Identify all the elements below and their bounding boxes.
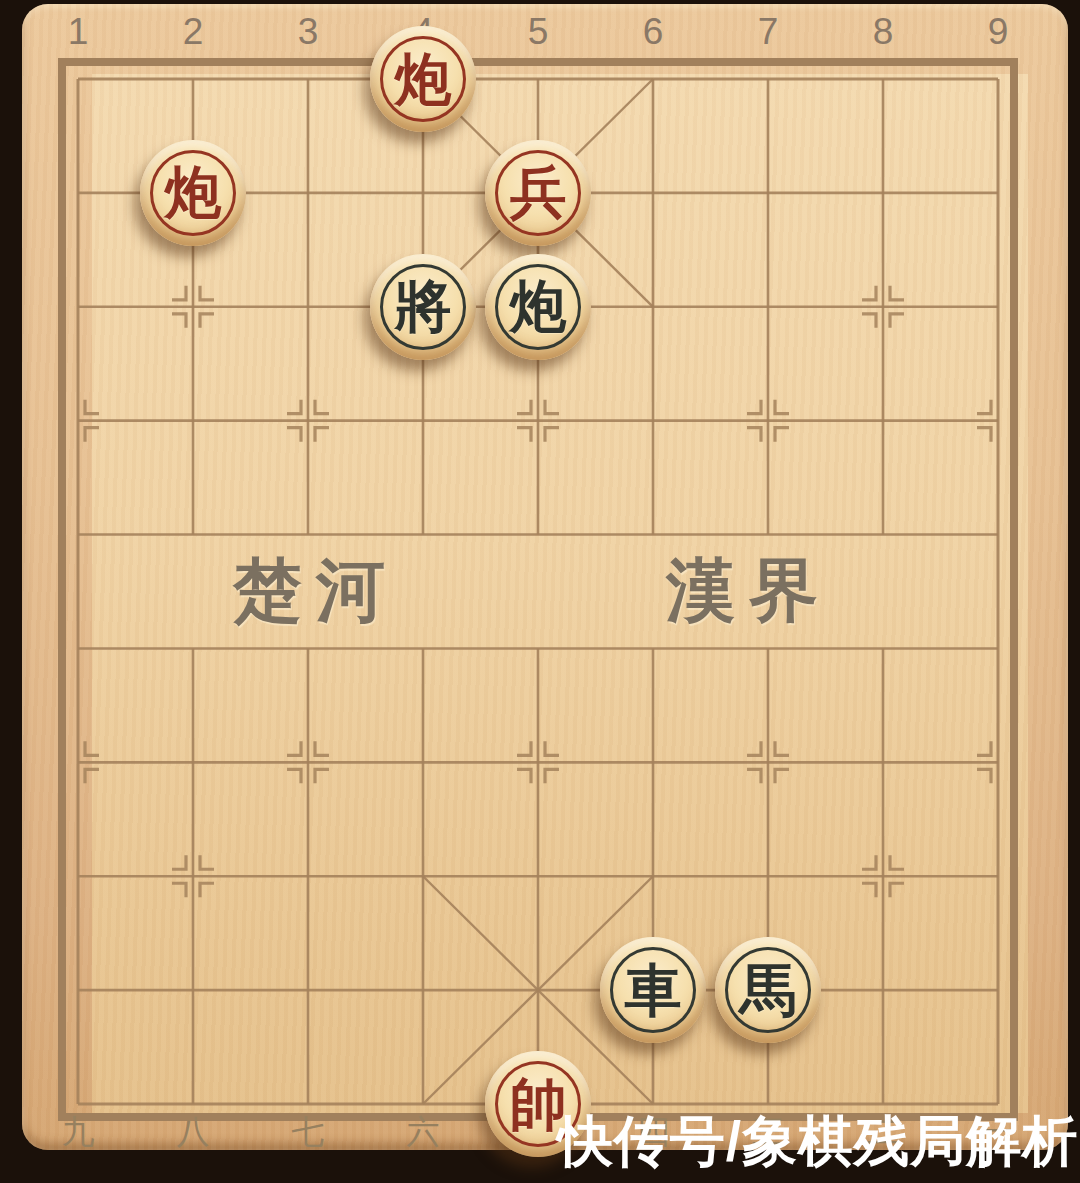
piece-character: 炮 — [510, 277, 567, 334]
piece-ring: 馬 — [725, 947, 811, 1033]
xiangqi-app: 123456789 九八七六五四三二一 楚河 漢界 炮炮兵將炮車馬帥 快传号/象… — [0, 0, 1080, 1183]
file-label-top-8: 8 — [873, 13, 894, 50]
piece-character: 將 — [395, 277, 452, 334]
file-label-top-5: 5 — [528, 13, 549, 50]
file-label-top-7: 7 — [758, 13, 779, 50]
piece-character: 炮 — [395, 50, 452, 107]
piece-character: 炮 — [165, 163, 222, 220]
river-text-right: 漢界 — [666, 545, 832, 637]
piece-character: 兵 — [510, 163, 567, 220]
file-label-top-2: 2 — [183, 13, 204, 50]
piece-black-horse[interactable]: 馬 — [715, 937, 821, 1043]
file-label-bottom-2: 八 — [177, 1116, 210, 1149]
piece-ring: 車 — [610, 947, 696, 1033]
piece-red-soldier[interactable]: 兵 — [485, 140, 591, 246]
piece-red-cannon[interactable]: 炮 — [370, 26, 476, 132]
file-label-top-3: 3 — [298, 13, 319, 50]
piece-ring: 兵 — [495, 150, 581, 236]
piece-character: 車 — [625, 961, 682, 1018]
piece-ring: 炮 — [380, 36, 466, 122]
file-label-bottom-1: 九 — [62, 1116, 95, 1149]
watermark-text: 快传号/象棋残局解析 — [558, 1105, 1078, 1179]
file-label-top-6: 6 — [643, 13, 664, 50]
file-label-bottom-3: 七 — [292, 1116, 325, 1149]
piece-ring: 炮 — [150, 150, 236, 236]
piece-black-general[interactable]: 將 — [370, 254, 476, 360]
piece-ring: 將 — [380, 264, 466, 350]
piece-red-cannon[interactable]: 炮 — [140, 140, 246, 246]
file-label-top-1: 1 — [68, 13, 89, 50]
file-label-top-9: 9 — [988, 13, 1009, 50]
piece-ring: 炮 — [495, 264, 581, 350]
piece-character: 馬 — [740, 961, 797, 1018]
piece-black-cannon[interactable]: 炮 — [485, 254, 591, 360]
file-label-bottom-4: 六 — [407, 1116, 440, 1149]
river-text-left: 楚河 — [233, 545, 399, 637]
piece-black-chariot[interactable]: 車 — [600, 937, 706, 1043]
